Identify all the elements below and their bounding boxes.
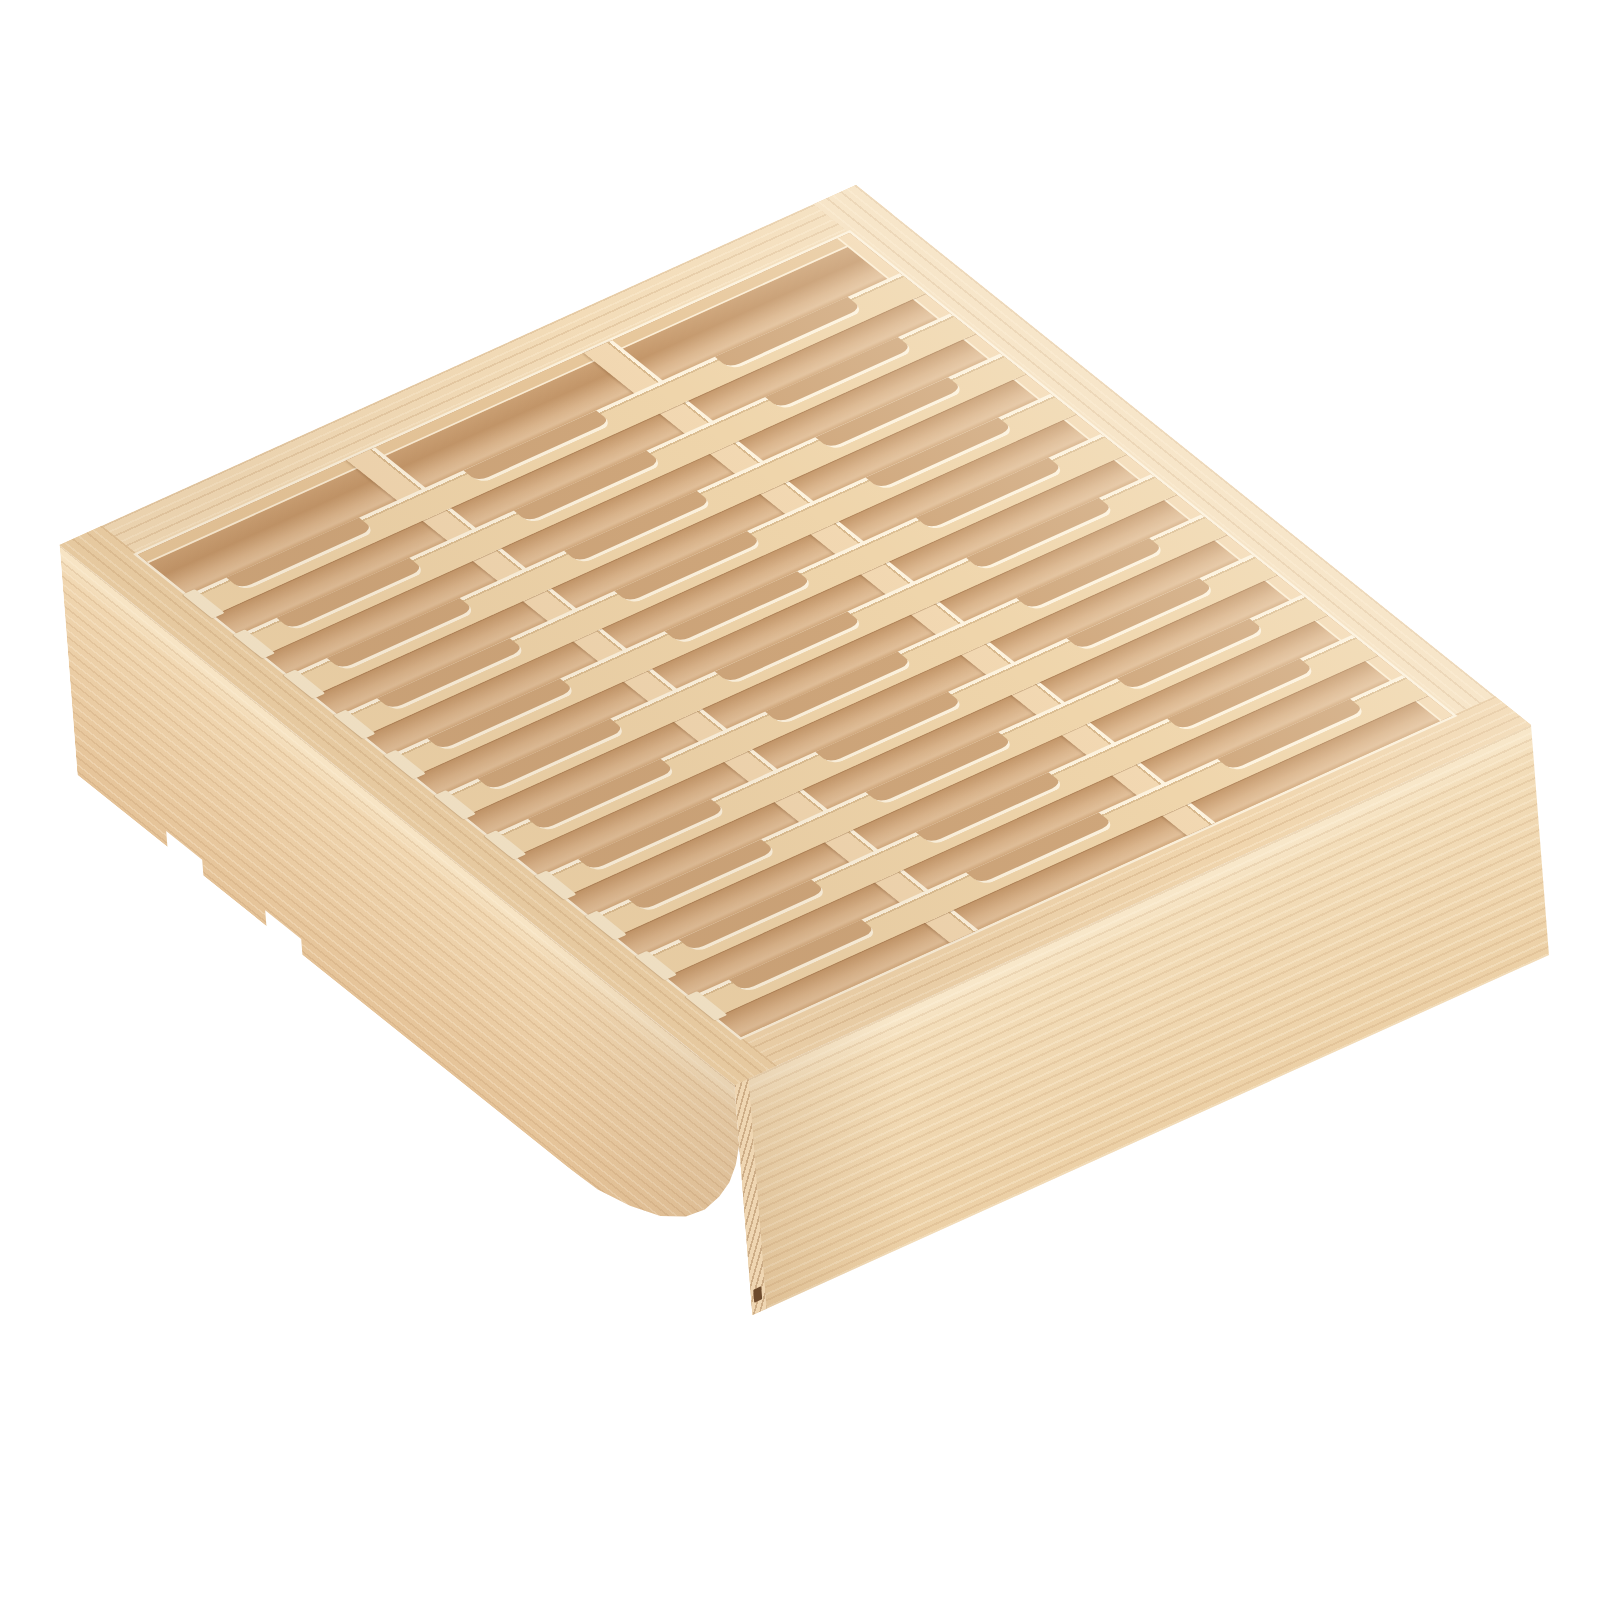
corner-endgrain-joint xyxy=(735,1079,767,1315)
product-photo: Unfinished wooden desktop storage organi… xyxy=(0,0,1600,1600)
